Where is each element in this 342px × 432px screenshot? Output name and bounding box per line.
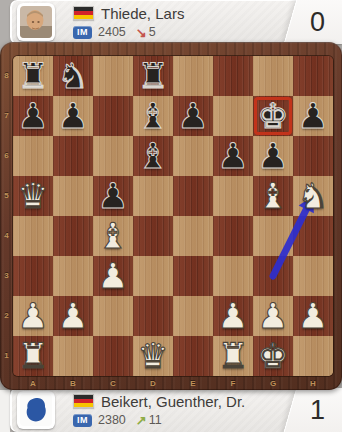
square-c6[interactable] [93, 136, 133, 176]
rank-label-1: 1 [2, 351, 11, 361]
square-a4[interactable] [13, 216, 53, 256]
square-e2[interactable] [173, 296, 213, 336]
player-top-delta-value: 5 [149, 25, 156, 39]
square-a1[interactable]: ♜ [13, 336, 53, 376]
square-b3[interactable] [53, 256, 93, 296]
white-queen-a5[interactable]: ♛ [13, 176, 53, 216]
white-pawn-h2[interactable]: ♟ [293, 296, 333, 336]
file-label-h: H [307, 379, 319, 389]
square-d4[interactable] [133, 216, 173, 256]
square-a2[interactable]: ♟ [13, 296, 53, 336]
square-d2[interactable] [133, 296, 173, 336]
white-pawn-c3[interactable]: ♟ [93, 256, 133, 296]
square-b2[interactable]: ♟ [53, 296, 93, 336]
white-queen-d1[interactable]: ♛ [133, 336, 173, 376]
white-king-g1[interactable]: ♚ [253, 336, 293, 376]
square-h4[interactable] [293, 216, 333, 256]
rank-label-2: 2 [2, 311, 11, 321]
black-pawn-b7[interactable]: ♟ [53, 96, 93, 136]
player-top-title-badge: IM [73, 26, 92, 39]
file-label-b: B [67, 379, 79, 389]
rank-label-3: 3 [2, 271, 11, 281]
germany-flag-icon [73, 394, 94, 408]
player-bottom-name[interactable]: Beikert, Guenther, Dr. [101, 393, 245, 410]
square-a7[interactable]: ♟ [13, 96, 53, 136]
square-h1[interactable] [293, 336, 333, 376]
black-knight-b8[interactable]: ♞ [53, 56, 93, 96]
file-label-a: A [27, 379, 39, 389]
square-c5[interactable]: ♟ [93, 176, 133, 216]
square-a3[interactable] [13, 256, 53, 296]
square-g4[interactable] [253, 216, 293, 256]
square-b6[interactable] [53, 136, 93, 176]
square-h8[interactable] [293, 56, 333, 96]
black-pawn-h7[interactable]: ♟ [293, 96, 333, 136]
default-avatar-icon [20, 394, 52, 426]
square-d3[interactable] [133, 256, 173, 296]
square-c4[interactable]: ♝ [93, 216, 133, 256]
square-g3[interactable] [253, 256, 293, 296]
rating-up-arrow-icon: ↗ [136, 413, 147, 428]
square-e7[interactable]: ♟ [173, 96, 213, 136]
square-g5[interactable]: ♝ [253, 176, 293, 216]
square-f6[interactable]: ♟ [213, 136, 253, 176]
black-bishop-d6[interactable]: ♝ [133, 136, 173, 176]
black-pawn-f6[interactable]: ♟ [213, 136, 253, 176]
chess-board: ♜♞♜♟♟♝♟♚♟♝♟♟♛♟♝♞♝♟♟♟♟♟♟♜♛♜♚ 87654321ABCD… [0, 42, 342, 390]
square-e8[interactable] [173, 56, 213, 96]
germany-flag-icon [73, 6, 94, 20]
square-g2[interactable]: ♟ [253, 296, 293, 336]
square-e6[interactable] [173, 136, 213, 176]
white-rook-a1[interactable]: ♜ [13, 336, 53, 376]
square-g8[interactable] [253, 56, 293, 96]
player-top-rating-delta: ↘ 5 [136, 25, 156, 40]
square-b5[interactable] [53, 176, 93, 216]
player-top-avatar[interactable] [17, 3, 55, 41]
square-f1[interactable]: ♜ [213, 336, 253, 376]
square-h6[interactable] [293, 136, 333, 176]
file-label-f: F [227, 379, 239, 389]
black-king-g7[interactable]: ♚ [253, 96, 293, 136]
player-bar-top: Thiede, Lars IM 2405 ↘ 5 0 [10, 0, 342, 44]
square-e3[interactable] [173, 256, 213, 296]
square-e1[interactable] [173, 336, 213, 376]
square-h5[interactable]: ♞ [293, 176, 333, 216]
white-rook-f1[interactable]: ♜ [213, 336, 253, 376]
player-bottom-rating-delta: ↗ 11 [136, 413, 162, 428]
square-a5[interactable]: ♛ [13, 176, 53, 216]
board-squares: ♜♞♜♟♟♝♟♚♟♝♟♟♛♟♝♞♝♟♟♟♟♟♟♜♛♜♚ [13, 56, 333, 376]
white-knight-h5[interactable]: ♞ [293, 176, 333, 216]
player-bottom-avatar[interactable] [17, 391, 55, 429]
black-bishop-d7[interactable]: ♝ [133, 96, 173, 136]
square-h7[interactable]: ♟ [293, 96, 333, 136]
square-c3[interactable]: ♟ [93, 256, 133, 296]
square-g7[interactable]: ♚ [253, 96, 293, 136]
square-b4[interactable] [53, 216, 93, 256]
square-b7[interactable]: ♟ [53, 96, 93, 136]
white-pawn-a2[interactable]: ♟ [13, 296, 53, 336]
file-label-c: C [107, 379, 119, 389]
square-g6[interactable]: ♟ [253, 136, 293, 176]
white-pawn-f2[interactable]: ♟ [213, 296, 253, 336]
player-top-photo [20, 6, 52, 38]
rank-label-8: 8 [2, 71, 11, 81]
player-bottom-score: 1 [310, 395, 325, 426]
square-f4[interactable] [213, 216, 253, 256]
player-bottom-delta-value: 11 [149, 413, 162, 427]
square-e4[interactable] [173, 216, 213, 256]
player-top-rating: 2405 [98, 25, 126, 39]
square-d7[interactable]: ♝ [133, 96, 173, 136]
black-pawn-c5[interactable]: ♟ [93, 176, 133, 216]
square-f8[interactable] [213, 56, 253, 96]
player-bar-bottom: Beikert, Guenther, Dr. IM 2380 ↗ 11 1 [10, 388, 342, 432]
white-pawn-b2[interactable]: ♟ [53, 296, 93, 336]
player-top-name[interactable]: Thiede, Lars [101, 5, 184, 22]
square-b8[interactable]: ♞ [53, 56, 93, 96]
rank-label-6: 6 [2, 151, 11, 161]
player-bottom-rating: 2380 [98, 413, 126, 427]
square-d5[interactable] [133, 176, 173, 216]
square-a6[interactable] [13, 136, 53, 176]
player-bottom-title-badge: IM [73, 414, 92, 427]
black-pawn-a7[interactable]: ♟ [13, 96, 53, 136]
rank-label-5: 5 [2, 191, 11, 201]
square-c1[interactable] [93, 336, 133, 376]
page-background-patch [0, 390, 10, 432]
square-f2[interactable]: ♟ [213, 296, 253, 336]
black-rook-d8[interactable]: ♜ [133, 56, 173, 96]
square-d8[interactable]: ♜ [133, 56, 173, 96]
file-label-g: G [267, 379, 279, 389]
black-pawn-g6[interactable]: ♟ [253, 136, 293, 176]
square-b1[interactable] [53, 336, 93, 376]
square-a8[interactable]: ♜ [13, 56, 53, 96]
white-bishop-g5[interactable]: ♝ [253, 176, 293, 216]
file-label-e: E [187, 379, 199, 389]
black-pawn-e7[interactable]: ♟ [173, 96, 213, 136]
file-label-d: D [147, 379, 159, 389]
rank-label-4: 4 [2, 231, 11, 241]
player-top-score: 0 [310, 7, 325, 38]
square-g1[interactable]: ♚ [253, 336, 293, 376]
square-f7[interactable] [213, 96, 253, 136]
white-bishop-c4[interactable]: ♝ [93, 216, 133, 256]
white-pawn-g2[interactable]: ♟ [253, 296, 293, 336]
square-c8[interactable] [93, 56, 133, 96]
square-c2[interactable] [93, 296, 133, 336]
square-c7[interactable] [93, 96, 133, 136]
square-f5[interactable] [213, 176, 253, 216]
rank-label-7: 7 [2, 111, 11, 121]
square-h2[interactable]: ♟ [293, 296, 333, 336]
square-d1[interactable]: ♛ [133, 336, 173, 376]
square-e5[interactable] [173, 176, 213, 216]
rating-down-arrow-icon: ↘ [136, 25, 147, 40]
square-f3[interactable] [213, 256, 253, 296]
black-rook-a8[interactable]: ♜ [13, 56, 53, 96]
square-h3[interactable] [293, 256, 333, 296]
square-d6[interactable]: ♝ [133, 136, 173, 176]
